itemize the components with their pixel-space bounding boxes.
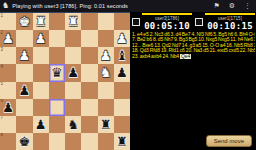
board-square[interactable] (33, 64, 49, 81)
board-square[interactable]: ♟ (16, 82, 32, 99)
board-square[interactable] (49, 133, 65, 150)
board-square[interactable]: ♟ (33, 30, 49, 47)
board-square[interactable]: ♟ (16, 47, 32, 64)
board-square[interactable]: ♟ (114, 64, 130, 81)
black-king: ♚ (19, 135, 31, 148)
rank-label: 1 (1, 14, 4, 19)
board-square[interactable] (33, 133, 49, 150)
board-square[interactable] (98, 133, 114, 150)
black-pawn: ♟ (35, 118, 47, 131)
rank-label: 2 (1, 31, 4, 36)
black-pawn: ♟ (2, 101, 14, 114)
flag-icon[interactable]: ⚑ (213, 1, 219, 11)
board-square[interactable] (16, 64, 32, 81)
board-square[interactable] (65, 99, 81, 116)
white-pawn: ♟ (100, 49, 112, 62)
board-square[interactable]: 5 (0, 82, 16, 99)
black-rook: ♜ (116, 135, 128, 148)
white-king: ♚ (19, 15, 31, 28)
board-square[interactable] (81, 82, 97, 99)
board-square[interactable]: ♜ (33, 13, 49, 30)
board-square[interactable]: 4 (0, 64, 16, 81)
black-rook: ♜ (100, 118, 112, 131)
opponent-clock: user3[1786] 00:05:10 (130, 12, 193, 31)
black-knight: ♞ (67, 118, 79, 131)
board-square[interactable] (16, 116, 32, 133)
chess-app-screen: ♞ Playing with user3 [1786]. Ping: 0.01 … (0, 0, 256, 150)
board-square[interactable]: ♟ (114, 30, 130, 47)
board-square[interactable]: 2♟ (0, 30, 16, 47)
board-square[interactable]: 8 (0, 133, 16, 150)
player-clock: user1[1715] 00:10:15 (193, 12, 256, 31)
white-pawn: ♟ (19, 49, 31, 62)
rank-label: 5 (1, 82, 4, 87)
board-square[interactable] (81, 116, 97, 133)
black-queen: ♛ (51, 66, 63, 79)
settings-gear-icon[interactable]: ⚙ (229, 1, 235, 11)
board-square[interactable] (16, 30, 32, 47)
game-status-title: Playing with user3 [1786]. Ping: 0.01 se… (12, 3, 128, 9)
board-square[interactable] (65, 47, 81, 64)
board-square[interactable]: 1 (0, 13, 16, 30)
white-pawn: ♟ (35, 32, 47, 45)
opponent-time: 00:05:10 (142, 21, 192, 31)
board-square[interactable]: ♚ (16, 13, 32, 30)
clocks-row: user3[1786] 00:05:10 user1[1715] 00:10:1… (130, 12, 256, 31)
board-square[interactable]: ♞ (65, 116, 81, 133)
white-knight: ♞ (100, 66, 112, 79)
board-square[interactable] (65, 82, 81, 99)
board-square[interactable] (49, 13, 65, 30)
rank-label: 7 (1, 116, 4, 121)
action-bar-buttons: ⚑ ⚙ ⋮ (213, 1, 256, 11)
board-square[interactable] (65, 133, 81, 150)
board-square[interactable]: ♟ (33, 116, 49, 133)
board-square[interactable] (98, 82, 114, 99)
board-square[interactable] (114, 116, 130, 133)
board-square[interactable] (49, 30, 65, 47)
board-square[interactable] (81, 64, 97, 81)
board-square[interactable] (49, 99, 65, 116)
rank-label: 3 (1, 48, 4, 53)
board-square[interactable] (114, 82, 130, 99)
board-square[interactable]: ♛ (49, 64, 65, 81)
black-pawn: ♟ (116, 66, 128, 79)
board-square[interactable] (81, 133, 97, 150)
white-rook: ♜ (67, 15, 79, 28)
rank-label: 4 (1, 65, 4, 70)
overflow-menu-icon[interactable]: ⋮ (244, 1, 251, 11)
move-list: 1. e4 e5 2. Nc3 d6 3. d4 Be7 4. Nf3 Nf6 … (132, 32, 255, 59)
left-clock-time-bar (142, 13, 192, 15)
white-rook: ♜ (35, 15, 47, 28)
board-square[interactable] (33, 99, 49, 116)
board-square[interactable]: ♟ (98, 47, 114, 64)
board-square[interactable]: 6♟ (0, 99, 16, 116)
board-square[interactable]: ♟ (65, 64, 81, 81)
board-square[interactable] (114, 13, 130, 30)
board-square[interactable]: 7 (0, 116, 16, 133)
app-knight-icon: ♞ (2, 1, 9, 11)
black-bishop: ♝ (116, 49, 128, 62)
board-square[interactable]: ♜ (98, 116, 114, 133)
board-square[interactable] (49, 116, 65, 133)
board-square[interactable]: ♝ (114, 47, 130, 64)
board-square[interactable] (81, 99, 97, 116)
board-square[interactable] (49, 82, 65, 99)
current-move-highlight: Qe4 (180, 54, 191, 59)
left-clock-checkbox[interactable] (132, 18, 140, 26)
send-move-button[interactable]: Send move (206, 135, 252, 148)
board-square[interactable]: ♚ (16, 133, 32, 150)
white-pawn: ♟ (116, 32, 128, 45)
board-square[interactable]: ♜ (114, 133, 130, 150)
board-square[interactable] (98, 13, 114, 30)
white-pawn: ♟ (2, 32, 14, 45)
rank-label: 6 (1, 99, 4, 104)
board-square[interactable] (98, 99, 114, 116)
right-game-panel: user3[1786] 00:05:10 user1[1715] 00:10:1… (130, 12, 256, 150)
board-square[interactable] (81, 47, 97, 64)
board-square[interactable]: ♞ (98, 64, 114, 81)
black-pawn: ♟ (67, 66, 79, 79)
board-square[interactable] (16, 99, 32, 116)
board-square[interactable] (33, 47, 49, 64)
board-square[interactable]: 3 (0, 47, 16, 64)
move-list-line: 23. axb4 axb4 24. Nb4 Qe4 (132, 54, 255, 59)
board-square[interactable] (98, 30, 114, 47)
chess-board[interactable]: 1♚♜♜2♟♟♟3♟♟♝4♛♟♞♟5♟6♟7♟♞♜8♚♜ (0, 13, 130, 150)
board-square[interactable] (81, 13, 97, 30)
board-square[interactable] (65, 30, 81, 47)
rank-label: 8 (1, 133, 4, 138)
board-square[interactable] (81, 30, 97, 47)
black-pawn: ♟ (19, 84, 31, 97)
player-time: 00:10:15 (205, 21, 255, 31)
right-clock-checkbox[interactable] (195, 18, 203, 26)
board-square[interactable] (114, 99, 130, 116)
board-square[interactable]: ♜ (65, 13, 81, 30)
right-clock-time-bar (205, 13, 255, 15)
board-square[interactable] (49, 47, 65, 64)
board-square[interactable] (33, 82, 49, 99)
